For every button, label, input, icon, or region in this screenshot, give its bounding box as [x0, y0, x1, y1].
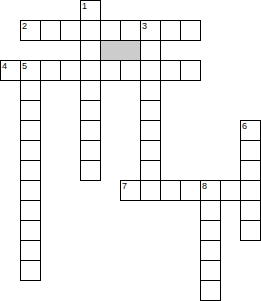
grid-cell[interactable] [80, 20, 101, 41]
grid-cell[interactable] [160, 20, 181, 41]
grid-cell[interactable] [20, 60, 41, 81]
grid-cell[interactable] [80, 80, 101, 101]
grid-cell[interactable] [140, 60, 161, 81]
grid-cell[interactable] [20, 180, 41, 201]
grid-cell[interactable] [20, 80, 41, 101]
grid-cell[interactable] [20, 200, 41, 221]
grid-cell[interactable] [240, 220, 261, 241]
grid-cell[interactable] [40, 20, 61, 41]
grid-cell[interactable] [60, 20, 81, 41]
grid-cell[interactable] [240, 120, 261, 141]
grid-cell[interactable] [140, 100, 161, 121]
grid-cell[interactable] [80, 160, 101, 181]
grid-cell[interactable] [80, 100, 101, 121]
crossword-board: 12345678 [0, 0, 261, 301]
grid-cell[interactable] [20, 260, 41, 281]
grid-cell[interactable] [160, 60, 181, 81]
grid-cell[interactable] [20, 240, 41, 261]
grid-cell[interactable] [180, 180, 201, 201]
grid-cell[interactable] [100, 60, 121, 81]
grid-cell[interactable] [80, 140, 101, 161]
grid-cell[interactable] [240, 180, 261, 201]
grid-cell[interactable] [20, 220, 41, 241]
grid-cell[interactable] [140, 180, 161, 201]
grid-cell[interactable] [200, 220, 221, 241]
grid-cell[interactable] [20, 160, 41, 181]
grid-cell[interactable] [40, 60, 61, 81]
grid-cell[interactable] [80, 40, 101, 61]
grid-cell[interactable] [180, 60, 201, 81]
grid-cell[interactable] [60, 60, 81, 81]
grid-cell[interactable] [120, 180, 141, 201]
grid-cell[interactable] [80, 0, 101, 21]
grid-cell[interactable] [240, 140, 261, 161]
grid-cell[interactable] [240, 200, 261, 221]
grid-cell[interactable] [20, 140, 41, 161]
grid-cell[interactable] [100, 20, 121, 41]
grid-cell[interactable] [200, 240, 221, 261]
grid-cell[interactable] [140, 80, 161, 101]
grid-cell[interactable] [80, 60, 101, 81]
grid-cell[interactable] [220, 180, 241, 201]
grid-cell[interactable] [120, 60, 141, 81]
grid-cell[interactable] [140, 140, 161, 161]
grid-cell[interactable] [200, 260, 221, 281]
grid-cell[interactable] [140, 160, 161, 181]
grid-cell[interactable] [180, 20, 201, 41]
grid-cell[interactable] [20, 20, 41, 41]
grid-cell[interactable] [240, 160, 261, 181]
grid-cell[interactable] [200, 280, 221, 301]
grid-cell[interactable] [0, 60, 21, 81]
grid-cell[interactable] [140, 120, 161, 141]
grid-cell[interactable] [20, 100, 41, 121]
grid-cell[interactable] [80, 120, 101, 141]
shaded-block [100, 40, 141, 61]
grid-cell[interactable] [140, 20, 161, 41]
grid-cell[interactable] [200, 180, 221, 201]
grid-cell[interactable] [20, 120, 41, 141]
grid-cell[interactable] [140, 40, 161, 61]
grid-cell[interactable] [200, 200, 221, 221]
grid-cell[interactable] [160, 180, 181, 201]
grid-cell[interactable] [120, 20, 141, 41]
